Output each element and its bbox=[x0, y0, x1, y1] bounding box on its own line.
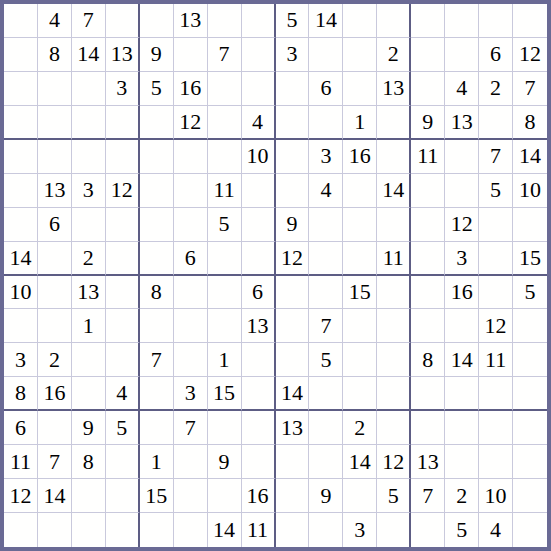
cell-r3c12[interactable]: 13 bbox=[377, 72, 411, 106]
cell-r4c6[interactable]: 12 bbox=[174, 106, 208, 140]
cell-r4c13[interactable]: 9 bbox=[411, 106, 445, 140]
cell-r5c9[interactable] bbox=[276, 140, 310, 174]
cell-r9c15[interactable] bbox=[479, 276, 513, 310]
cell-r2c11[interactable] bbox=[343, 38, 377, 72]
cell-r8c7[interactable] bbox=[208, 242, 242, 276]
cell-r12c10[interactable] bbox=[309, 377, 343, 411]
cell-r6c13[interactable] bbox=[411, 174, 445, 208]
cell-r7c12[interactable] bbox=[377, 208, 411, 242]
cell-r12c12[interactable] bbox=[377, 377, 411, 411]
cell-r13c13[interactable] bbox=[411, 411, 445, 445]
cell-r1c13[interactable] bbox=[411, 4, 445, 38]
cell-r9c10[interactable] bbox=[309, 276, 343, 310]
cell-r9c7[interactable] bbox=[208, 276, 242, 310]
cell-r5c11[interactable]: 16 bbox=[343, 140, 377, 174]
cell-r8c5[interactable] bbox=[140, 242, 174, 276]
cell-r2c10[interactable] bbox=[309, 38, 343, 72]
cell-r7c9[interactable]: 9 bbox=[276, 208, 310, 242]
cell-r3c13[interactable] bbox=[411, 72, 445, 106]
cell-r3c7[interactable] bbox=[208, 72, 242, 106]
cell-r1c7[interactable] bbox=[208, 4, 242, 38]
cell-r14c1[interactable]: 11 bbox=[4, 445, 38, 479]
cell-r2c15[interactable]: 6 bbox=[479, 38, 513, 72]
cell-r6c4[interactable]: 12 bbox=[106, 174, 140, 208]
cell-r3c6[interactable]: 16 bbox=[174, 72, 208, 106]
cell-r2c4[interactable]: 13 bbox=[106, 38, 140, 72]
cell-r6c1[interactable] bbox=[4, 174, 38, 208]
cell-r3c10[interactable]: 6 bbox=[309, 72, 343, 106]
cell-r10c14[interactable] bbox=[445, 309, 479, 343]
cell-r2c16[interactable]: 12 bbox=[513, 38, 547, 72]
cell-r15c5[interactable]: 15 bbox=[140, 479, 174, 513]
cell-r16c3[interactable] bbox=[72, 513, 106, 547]
cell-r15c2[interactable]: 14 bbox=[38, 479, 72, 513]
cell-r7c7[interactable]: 5 bbox=[208, 208, 242, 242]
cell-r7c5[interactable] bbox=[140, 208, 174, 242]
cell-r10c15[interactable]: 12 bbox=[479, 309, 513, 343]
cell-r9c4[interactable] bbox=[106, 276, 140, 310]
cell-r12c3[interactable] bbox=[72, 377, 106, 411]
cell-r2c3[interactable]: 14 bbox=[72, 38, 106, 72]
cell-r11c15[interactable]: 11 bbox=[479, 343, 513, 377]
cell-r14c14[interactable] bbox=[445, 445, 479, 479]
sudoku-board: 4713514814139732612351661342712419138103… bbox=[0, 0, 551, 551]
cell-r16c9[interactable] bbox=[276, 513, 310, 547]
cell-r6c14[interactable] bbox=[445, 174, 479, 208]
cell-r7c1[interactable] bbox=[4, 208, 38, 242]
cell-r1c11[interactable] bbox=[343, 4, 377, 38]
cell-r6c2[interactable]: 13 bbox=[38, 174, 72, 208]
cell-r9c16[interactable]: 5 bbox=[513, 276, 547, 310]
cell-r7c2[interactable]: 6 bbox=[38, 208, 72, 242]
cell-r13c8[interactable] bbox=[242, 411, 276, 445]
cell-r16c4[interactable] bbox=[106, 513, 140, 547]
cell-r4c5[interactable] bbox=[140, 106, 174, 140]
cell-r9c3[interactable]: 13 bbox=[72, 276, 106, 310]
cell-r15c15[interactable]: 10 bbox=[479, 479, 513, 513]
cell-r15c4[interactable] bbox=[106, 479, 140, 513]
cell-r4c1[interactable] bbox=[4, 106, 38, 140]
cell-r15c7[interactable] bbox=[208, 479, 242, 513]
cell-r16c15[interactable]: 4 bbox=[479, 513, 513, 547]
cell-r13c4[interactable]: 5 bbox=[106, 411, 140, 445]
cell-r15c1[interactable]: 12 bbox=[4, 479, 38, 513]
cell-r5c1[interactable] bbox=[4, 140, 38, 174]
cell-r12c16[interactable] bbox=[513, 377, 547, 411]
cell-r2c8[interactable] bbox=[242, 38, 276, 72]
cell-r15c14[interactable]: 2 bbox=[445, 479, 479, 513]
cell-r16c10[interactable] bbox=[309, 513, 343, 547]
cell-r7c11[interactable] bbox=[343, 208, 377, 242]
cell-r3c11[interactable] bbox=[343, 72, 377, 106]
cell-r10c9[interactable] bbox=[276, 309, 310, 343]
cell-r10c12[interactable] bbox=[377, 309, 411, 343]
cell-r11c7[interactable]: 1 bbox=[208, 343, 242, 377]
cell-r10c6[interactable] bbox=[174, 309, 208, 343]
cell-r1c8[interactable] bbox=[242, 4, 276, 38]
cell-r6c5[interactable] bbox=[140, 174, 174, 208]
cell-r10c8[interactable]: 13 bbox=[242, 309, 276, 343]
cell-r5c8[interactable]: 10 bbox=[242, 140, 276, 174]
cell-r13c11[interactable]: 2 bbox=[343, 411, 377, 445]
cell-r4c8[interactable]: 4 bbox=[242, 106, 276, 140]
cell-r4c9[interactable] bbox=[276, 106, 310, 140]
cell-r10c5[interactable] bbox=[140, 309, 174, 343]
cell-r15c8[interactable]: 16 bbox=[242, 479, 276, 513]
cell-r5c3[interactable] bbox=[72, 140, 106, 174]
cell-r13c2[interactable] bbox=[38, 411, 72, 445]
cell-r8c15[interactable] bbox=[479, 242, 513, 276]
cell-r6c12[interactable]: 14 bbox=[377, 174, 411, 208]
cell-r8c13[interactable] bbox=[411, 242, 445, 276]
cell-r3c2[interactable] bbox=[38, 72, 72, 106]
cell-r7c6[interactable] bbox=[174, 208, 208, 242]
cell-r16c5[interactable] bbox=[140, 513, 174, 547]
cell-r16c11[interactable]: 3 bbox=[343, 513, 377, 547]
cell-r6c7[interactable]: 11 bbox=[208, 174, 242, 208]
cell-r15c9[interactable] bbox=[276, 479, 310, 513]
cell-r13c16[interactable] bbox=[513, 411, 547, 445]
cell-r10c13[interactable] bbox=[411, 309, 445, 343]
cell-r1c10[interactable]: 14 bbox=[309, 4, 343, 38]
cell-r13c10[interactable] bbox=[309, 411, 343, 445]
cell-r6c16[interactable]: 10 bbox=[513, 174, 547, 208]
cell-r5c16[interactable]: 14 bbox=[513, 140, 547, 174]
cell-r8c1[interactable]: 14 bbox=[4, 242, 38, 276]
cell-r7c4[interactable] bbox=[106, 208, 140, 242]
cell-r14c7[interactable]: 9 bbox=[208, 445, 242, 479]
cell-r15c10[interactable]: 9 bbox=[309, 479, 343, 513]
cell-r5c15[interactable]: 7 bbox=[479, 140, 513, 174]
cell-r12c11[interactable] bbox=[343, 377, 377, 411]
cell-r11c11[interactable] bbox=[343, 343, 377, 377]
cell-r7c3[interactable] bbox=[72, 208, 106, 242]
cell-r14c12[interactable]: 12 bbox=[377, 445, 411, 479]
cell-r15c16[interactable] bbox=[513, 479, 547, 513]
cell-r11c6[interactable] bbox=[174, 343, 208, 377]
cell-r11c16[interactable] bbox=[513, 343, 547, 377]
cell-r12c6[interactable]: 3 bbox=[174, 377, 208, 411]
cell-r16c16[interactable] bbox=[513, 513, 547, 547]
cell-r3c1[interactable] bbox=[4, 72, 38, 106]
cell-r2c7[interactable]: 7 bbox=[208, 38, 242, 72]
cell-r7c13[interactable] bbox=[411, 208, 445, 242]
cell-r8c16[interactable]: 15 bbox=[513, 242, 547, 276]
cell-r1c6[interactable]: 13 bbox=[174, 4, 208, 38]
cell-r3c9[interactable] bbox=[276, 72, 310, 106]
cell-r3c5[interactable]: 5 bbox=[140, 72, 174, 106]
cell-r14c11[interactable]: 14 bbox=[343, 445, 377, 479]
cell-r2c14[interactable] bbox=[445, 38, 479, 72]
cell-r4c11[interactable]: 1 bbox=[343, 106, 377, 140]
cell-r1c2[interactable]: 4 bbox=[38, 4, 72, 38]
cell-r4c14[interactable]: 13 bbox=[445, 106, 479, 140]
cell-r6c15[interactable]: 5 bbox=[479, 174, 513, 208]
cell-r12c7[interactable]: 15 bbox=[208, 377, 242, 411]
cell-r8c6[interactable]: 6 bbox=[174, 242, 208, 276]
cell-r16c7[interactable]: 14 bbox=[208, 513, 242, 547]
cell-r13c3[interactable]: 9 bbox=[72, 411, 106, 445]
cell-r9c1[interactable]: 10 bbox=[4, 276, 38, 310]
cell-r6c3[interactable]: 3 bbox=[72, 174, 106, 208]
cell-r2c9[interactable]: 3 bbox=[276, 38, 310, 72]
cell-r6c6[interactable] bbox=[174, 174, 208, 208]
cell-r8c2[interactable] bbox=[38, 242, 72, 276]
cell-r1c15[interactable] bbox=[479, 4, 513, 38]
cell-r15c12[interactable]: 5 bbox=[377, 479, 411, 513]
cell-r16c2[interactable] bbox=[38, 513, 72, 547]
cell-r14c5[interactable]: 1 bbox=[140, 445, 174, 479]
cell-r10c1[interactable] bbox=[4, 309, 38, 343]
cell-r11c4[interactable] bbox=[106, 343, 140, 377]
cell-r1c4[interactable] bbox=[106, 4, 140, 38]
cell-r5c10[interactable]: 3 bbox=[309, 140, 343, 174]
cell-r8c4[interactable] bbox=[106, 242, 140, 276]
cell-r11c9[interactable] bbox=[276, 343, 310, 377]
cell-r14c3[interactable]: 8 bbox=[72, 445, 106, 479]
cell-r9c5[interactable]: 8 bbox=[140, 276, 174, 310]
cell-r3c15[interactable]: 2 bbox=[479, 72, 513, 106]
cell-r3c8[interactable] bbox=[242, 72, 276, 106]
cell-r4c15[interactable] bbox=[479, 106, 513, 140]
cell-r14c4[interactable] bbox=[106, 445, 140, 479]
cell-r14c13[interactable]: 13 bbox=[411, 445, 445, 479]
cell-r11c12[interactable] bbox=[377, 343, 411, 377]
cell-r8c12[interactable]: 11 bbox=[377, 242, 411, 276]
cell-r13c5[interactable] bbox=[140, 411, 174, 445]
cell-r7c10[interactable] bbox=[309, 208, 343, 242]
cell-r8c8[interactable] bbox=[242, 242, 276, 276]
cell-r5c14[interactable] bbox=[445, 140, 479, 174]
cell-r1c14[interactable] bbox=[445, 4, 479, 38]
cell-r8c14[interactable]: 3 bbox=[445, 242, 479, 276]
cell-r11c13[interactable]: 8 bbox=[411, 343, 445, 377]
cell-r8c11[interactable] bbox=[343, 242, 377, 276]
cell-r5c5[interactable] bbox=[140, 140, 174, 174]
cell-r13c15[interactable] bbox=[479, 411, 513, 445]
cell-r10c2[interactable] bbox=[38, 309, 72, 343]
cell-r12c4[interactable]: 4 bbox=[106, 377, 140, 411]
cell-r15c11[interactable] bbox=[343, 479, 377, 513]
cell-r5c13[interactable]: 11 bbox=[411, 140, 445, 174]
cell-r16c6[interactable] bbox=[174, 513, 208, 547]
cell-r9c6[interactable] bbox=[174, 276, 208, 310]
cell-r9c14[interactable]: 16 bbox=[445, 276, 479, 310]
cell-r14c9[interactable] bbox=[276, 445, 310, 479]
cell-r14c16[interactable] bbox=[513, 445, 547, 479]
cell-r1c3[interactable]: 7 bbox=[72, 4, 106, 38]
cell-r13c6[interactable]: 7 bbox=[174, 411, 208, 445]
cell-r9c2[interactable] bbox=[38, 276, 72, 310]
cell-r13c9[interactable]: 13 bbox=[276, 411, 310, 445]
cell-r10c4[interactable] bbox=[106, 309, 140, 343]
cell-r5c6[interactable] bbox=[174, 140, 208, 174]
cell-r16c8[interactable]: 11 bbox=[242, 513, 276, 547]
cell-r6c11[interactable] bbox=[343, 174, 377, 208]
cell-r1c12[interactable] bbox=[377, 4, 411, 38]
cell-r5c4[interactable] bbox=[106, 140, 140, 174]
cell-r11c2[interactable]: 2 bbox=[38, 343, 72, 377]
cell-r13c12[interactable] bbox=[377, 411, 411, 445]
cell-r12c8[interactable] bbox=[242, 377, 276, 411]
cell-r11c14[interactable]: 14 bbox=[445, 343, 479, 377]
cell-r12c15[interactable] bbox=[479, 377, 513, 411]
cell-r9c8[interactable]: 6 bbox=[242, 276, 276, 310]
cell-r16c13[interactable] bbox=[411, 513, 445, 547]
cell-r10c7[interactable] bbox=[208, 309, 242, 343]
cell-r1c1[interactable] bbox=[4, 4, 38, 38]
cell-r11c10[interactable]: 5 bbox=[309, 343, 343, 377]
cell-r2c5[interactable]: 9 bbox=[140, 38, 174, 72]
cell-r1c16[interactable] bbox=[513, 4, 547, 38]
cell-r7c16[interactable] bbox=[513, 208, 547, 242]
cell-r14c8[interactable] bbox=[242, 445, 276, 479]
cell-r12c1[interactable]: 8 bbox=[4, 377, 38, 411]
cell-r13c14[interactable] bbox=[445, 411, 479, 445]
cell-r8c9[interactable]: 12 bbox=[276, 242, 310, 276]
cell-r15c3[interactable] bbox=[72, 479, 106, 513]
cell-r11c8[interactable] bbox=[242, 343, 276, 377]
cell-r5c7[interactable] bbox=[208, 140, 242, 174]
cell-r3c3[interactable] bbox=[72, 72, 106, 106]
cell-r9c12[interactable] bbox=[377, 276, 411, 310]
cell-r13c1[interactable]: 6 bbox=[4, 411, 38, 445]
cell-r2c12[interactable]: 2 bbox=[377, 38, 411, 72]
cell-r7c14[interactable]: 12 bbox=[445, 208, 479, 242]
cell-r2c1[interactable] bbox=[4, 38, 38, 72]
cell-r4c12[interactable] bbox=[377, 106, 411, 140]
cell-r10c3[interactable]: 1 bbox=[72, 309, 106, 343]
cell-r16c14[interactable]: 5 bbox=[445, 513, 479, 547]
cell-r6c10[interactable]: 4 bbox=[309, 174, 343, 208]
cell-r10c10[interactable]: 7 bbox=[309, 309, 343, 343]
cell-r1c9[interactable]: 5 bbox=[276, 4, 310, 38]
cell-r12c13[interactable] bbox=[411, 377, 445, 411]
cell-r14c6[interactable] bbox=[174, 445, 208, 479]
cell-r4c2[interactable] bbox=[38, 106, 72, 140]
cell-r9c11[interactable]: 15 bbox=[343, 276, 377, 310]
cell-r6c8[interactable] bbox=[242, 174, 276, 208]
cell-r15c13[interactable]: 7 bbox=[411, 479, 445, 513]
cell-r6c9[interactable] bbox=[276, 174, 310, 208]
cell-r12c9[interactable]: 14 bbox=[276, 377, 310, 411]
cell-r14c15[interactable] bbox=[479, 445, 513, 479]
cell-r14c10[interactable] bbox=[309, 445, 343, 479]
cell-r16c12[interactable] bbox=[377, 513, 411, 547]
cell-r1c5[interactable] bbox=[140, 4, 174, 38]
cell-r12c2[interactable]: 16 bbox=[38, 377, 72, 411]
cell-r3c16[interactable]: 7 bbox=[513, 72, 547, 106]
cell-r5c2[interactable] bbox=[38, 140, 72, 174]
cell-r7c8[interactable] bbox=[242, 208, 276, 242]
cell-r14c2[interactable]: 7 bbox=[38, 445, 72, 479]
cell-r4c10[interactable] bbox=[309, 106, 343, 140]
sudoku-grid: 4713514814139732612351661342712419138103… bbox=[4, 4, 547, 547]
cell-r12c14[interactable] bbox=[445, 377, 479, 411]
cell-r8c10[interactable] bbox=[309, 242, 343, 276]
cell-r11c1[interactable]: 3 bbox=[4, 343, 38, 377]
cell-r2c2[interactable]: 8 bbox=[38, 38, 72, 72]
cell-r10c11[interactable] bbox=[343, 309, 377, 343]
cell-r13c7[interactable] bbox=[208, 411, 242, 445]
cell-r9c13[interactable] bbox=[411, 276, 445, 310]
cell-r4c7[interactable] bbox=[208, 106, 242, 140]
cell-r3c4[interactable]: 3 bbox=[106, 72, 140, 106]
cell-r11c5[interactable]: 7 bbox=[140, 343, 174, 377]
cell-r5c12[interactable] bbox=[377, 140, 411, 174]
cell-r7c15[interactable] bbox=[479, 208, 513, 242]
cell-r9c9[interactable] bbox=[276, 276, 310, 310]
cell-r4c16[interactable]: 8 bbox=[513, 106, 547, 140]
cell-r11c3[interactable] bbox=[72, 343, 106, 377]
cell-r12c5[interactable] bbox=[140, 377, 174, 411]
cell-r2c6[interactable] bbox=[174, 38, 208, 72]
cell-r4c4[interactable] bbox=[106, 106, 140, 140]
cell-r10c16[interactable] bbox=[513, 309, 547, 343]
cell-r2c13[interactable] bbox=[411, 38, 445, 72]
cell-r8c3[interactable]: 2 bbox=[72, 242, 106, 276]
cell-r3c14[interactable]: 4 bbox=[445, 72, 479, 106]
cell-r15c6[interactable] bbox=[174, 479, 208, 513]
cell-r16c1[interactable] bbox=[4, 513, 38, 547]
cell-r4c3[interactable] bbox=[72, 106, 106, 140]
